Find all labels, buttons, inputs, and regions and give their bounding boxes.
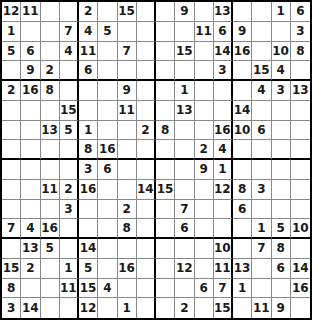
cell-r6c4[interactable]: 15 [60,101,79,121]
cell-r16c14[interactable]: 11 [252,298,271,318]
cell-r2c10[interactable] [175,22,194,42]
cell-r7c14[interactable]: 6 [252,121,271,141]
cell-r13c6[interactable] [98,239,117,259]
cell-r6c13[interactable]: 14 [233,101,252,121]
cell-r9c4[interactable] [60,160,79,180]
cell-r12c16[interactable]: 10 [291,219,310,239]
cell-r15c12[interactable]: 7 [214,279,233,299]
cell-r15c9[interactable] [156,279,175,299]
cell-r15c7[interactable] [118,279,137,299]
cell-r1c3[interactable] [41,2,60,22]
cell-r3c13[interactable]: 16 [233,42,252,62]
cell-r10c5[interactable]: 16 [79,180,98,200]
cell-r9c9[interactable] [156,160,175,180]
cell-r10c11[interactable] [195,180,214,200]
cell-r7c8[interactable]: 2 [137,121,156,141]
cell-r12c5[interactable] [79,219,98,239]
cell-r15c10[interactable] [175,279,194,299]
cell-r9c16[interactable] [291,160,310,180]
cell-r2c14[interactable] [252,22,271,42]
cell-r13c15[interactable]: 8 [272,239,291,259]
cell-r9c1[interactable] [2,160,21,180]
cell-r4c7[interactable] [118,61,137,81]
cell-r2c5[interactable]: 4 [79,22,98,42]
cell-r1c16[interactable]: 6 [291,2,310,22]
cell-r16c4[interactable] [60,298,79,318]
cell-r13c11[interactable] [195,239,214,259]
cell-r3c1[interactable]: 5 [2,42,21,62]
cell-r11c13[interactable]: 6 [233,200,252,220]
cell-r2c8[interactable] [137,22,156,42]
cell-r2c15[interactable] [272,22,291,42]
cell-r8c3[interactable] [41,140,60,160]
cell-r9c12[interactable]: 1 [214,160,233,180]
cell-r15c15[interactable] [272,279,291,299]
cell-r9c8[interactable] [137,160,156,180]
cell-r3c5[interactable]: 11 [79,42,98,62]
cell-r3c6[interactable] [98,42,117,62]
cell-r9c2[interactable] [21,160,40,180]
cell-r13c10[interactable] [175,239,194,259]
cell-r8c6[interactable]: 16 [98,140,117,160]
cell-r9c14[interactable] [252,160,271,180]
cell-r7c2[interactable] [21,121,40,141]
cell-r10c10[interactable] [175,180,194,200]
cell-r14c10[interactable]: 12 [175,259,194,279]
cell-r12c11[interactable] [195,219,214,239]
cell-r3c7[interactable]: 7 [118,42,137,62]
cell-r7c13[interactable]: 10 [233,121,252,141]
cell-r13c13[interactable] [233,239,252,259]
cell-r2c16[interactable]: 3 [291,22,310,42]
cell-r1c9[interactable] [156,2,175,22]
cell-r8c14[interactable] [252,140,271,160]
cell-r12c9[interactable] [156,219,175,239]
cell-r14c4[interactable]: 1 [60,259,79,279]
cell-r8c13[interactable] [233,140,252,160]
cell-r9c15[interactable] [272,160,291,180]
cell-r5c5[interactable] [79,81,98,101]
cell-r3c12[interactable]: 14 [214,42,233,62]
cell-r11c8[interactable] [137,200,156,220]
cell-r1c14[interactable] [252,2,271,22]
cell-r15c16[interactable]: 16 [291,279,310,299]
cell-r15c4[interactable]: 11 [60,279,79,299]
cell-r6c12[interactable] [214,101,233,121]
cell-r6c8[interactable] [137,101,156,121]
cell-r12c15[interactable]: 5 [272,219,291,239]
sudoku-board: 1211215913161745116935641171514161089263… [0,0,312,320]
cell-r5c9[interactable] [156,81,175,101]
cell-r5c13[interactable] [233,81,252,101]
cell-r15c8[interactable] [137,279,156,299]
cell-r4c4[interactable] [60,61,79,81]
cell-r7c1[interactable] [2,121,21,141]
cell-r15c2[interactable] [21,279,40,299]
cell-r3c10[interactable]: 15 [175,42,194,62]
cell-r11c12[interactable] [214,200,233,220]
cell-r15c11[interactable]: 6 [195,279,214,299]
cell-r12c7[interactable]: 8 [118,219,137,239]
cell-r14c11[interactable] [195,259,214,279]
cell-r10c7[interactable] [118,180,137,200]
cell-r6c14[interactable] [252,101,271,121]
cell-r16c12[interactable]: 15 [214,298,233,318]
cell-r15c5[interactable]: 15 [79,279,98,299]
cell-r15c6[interactable]: 4 [98,279,117,299]
cell-r5c8[interactable] [137,81,156,101]
cell-r1c8[interactable] [137,2,156,22]
cell-r12c6[interactable] [98,219,117,239]
cell-r6c5[interactable] [79,101,98,121]
cell-r10c12[interactable]: 12 [214,180,233,200]
cell-r5c7[interactable]: 9 [118,81,137,101]
cell-r4c10[interactable] [175,61,194,81]
cell-r13c12[interactable]: 10 [214,239,233,259]
cell-r12c14[interactable]: 1 [252,219,271,239]
cell-r1c12[interactable]: 13 [214,2,233,22]
cell-r5c4[interactable] [60,81,79,101]
cell-r4c1[interactable] [2,61,21,81]
cell-r1c1[interactable]: 12 [2,2,21,22]
cell-r13c3[interactable]: 5 [41,239,60,259]
cell-r1c6[interactable] [98,2,117,22]
cell-r16c1[interactable]: 3 [2,298,21,318]
cell-r16c8[interactable] [137,298,156,318]
cell-r10c4[interactable]: 2 [60,180,79,200]
cell-r1c11[interactable] [195,2,214,22]
cell-r2c13[interactable]: 9 [233,22,252,42]
cell-r13c8[interactable] [137,239,156,259]
cell-r12c4[interactable] [60,219,79,239]
cell-r4c13[interactable] [233,61,252,81]
cell-r3c16[interactable]: 8 [291,42,310,62]
cell-r12c8[interactable] [137,219,156,239]
cell-r7c3[interactable]: 13 [41,121,60,141]
cell-r7c4[interactable]: 5 [60,121,79,141]
cell-r14c15[interactable]: 6 [272,259,291,279]
cell-r5c2[interactable]: 16 [21,81,40,101]
cell-r14c5[interactable]: 5 [79,259,98,279]
cell-r8c11[interactable]: 2 [195,140,214,160]
cell-r4c6[interactable] [98,61,117,81]
cell-r9c13[interactable] [233,160,252,180]
cell-r11c5[interactable] [79,200,98,220]
cell-r2c6[interactable]: 5 [98,22,117,42]
cell-r6c6[interactable] [98,101,117,121]
cell-r4c8[interactable] [137,61,156,81]
cell-r5c3[interactable]: 8 [41,81,60,101]
cell-r8c10[interactable] [175,140,194,160]
cell-r12c10[interactable]: 6 [175,219,194,239]
cell-r11c10[interactable]: 7 [175,200,194,220]
cell-r2c9[interactable] [156,22,175,42]
cell-r9c6[interactable]: 6 [98,160,117,180]
cell-r9c5[interactable]: 3 [79,160,98,180]
cell-r8c5[interactable]: 8 [79,140,98,160]
cell-r1c7[interactable]: 15 [118,2,137,22]
cell-r14c1[interactable]: 15 [2,259,21,279]
cell-r16c10[interactable]: 2 [175,298,194,318]
cell-r11c6[interactable] [98,200,117,220]
cell-r14c12[interactable]: 11 [214,259,233,279]
cell-r15c3[interactable] [41,279,60,299]
cell-r7c9[interactable]: 8 [156,121,175,141]
cell-r2c1[interactable]: 1 [2,22,21,42]
cell-r3c8[interactable] [137,42,156,62]
cell-r11c11[interactable] [195,200,214,220]
cell-r7c7[interactable] [118,121,137,141]
cell-r1c13[interactable] [233,2,252,22]
cell-r2c4[interactable]: 7 [60,22,79,42]
cell-r8c7[interactable] [118,140,137,160]
cell-r1c5[interactable]: 2 [79,2,98,22]
cell-r11c4[interactable]: 3 [60,200,79,220]
cell-r8c16[interactable] [291,140,310,160]
cell-r11c16[interactable] [291,200,310,220]
cell-r16c2[interactable]: 14 [21,298,40,318]
cell-r15c1[interactable]: 8 [2,279,21,299]
cell-r1c4[interactable] [60,2,79,22]
cell-r4c15[interactable]: 4 [272,61,291,81]
cell-r14c13[interactable]: 13 [233,259,252,279]
cell-r3c3[interactable] [41,42,60,62]
cell-r10c15[interactable] [272,180,291,200]
cell-r10c16[interactable] [291,180,310,200]
cell-r12c1[interactable]: 7 [2,219,21,239]
cell-r13c16[interactable] [291,239,310,259]
cell-r4c5[interactable]: 6 [79,61,98,81]
cell-r16c9[interactable] [156,298,175,318]
cell-r16c15[interactable]: 9 [272,298,291,318]
cell-r9c11[interactable]: 9 [195,160,214,180]
cell-r12c2[interactable]: 4 [21,219,40,239]
cell-r5c11[interactable] [195,81,214,101]
cell-r1c15[interactable]: 1 [272,2,291,22]
cell-r13c14[interactable]: 7 [252,239,271,259]
cell-r8c15[interactable] [272,140,291,160]
cell-r4c11[interactable] [195,61,214,81]
cell-r7c11[interactable] [195,121,214,141]
cell-r6c11[interactable] [195,101,214,121]
cell-r5c10[interactable]: 1 [175,81,194,101]
cell-r10c8[interactable]: 14 [137,180,156,200]
cell-r12c3[interactable]: 16 [41,219,60,239]
cell-r9c7[interactable] [118,160,137,180]
cell-r5c16[interactable]: 13 [291,81,310,101]
cell-r7c10[interactable] [175,121,194,141]
cell-r13c9[interactable] [156,239,175,259]
cell-r6c2[interactable] [21,101,40,121]
cell-r16c11[interactable] [195,298,214,318]
cell-r4c2[interactable]: 9 [21,61,40,81]
cell-r8c1[interactable] [2,140,21,160]
cell-r10c14[interactable]: 3 [252,180,271,200]
cell-r3c11[interactable] [195,42,214,62]
cell-r16c7[interactable]: 1 [118,298,137,318]
cell-r7c5[interactable]: 1 [79,121,98,141]
cell-r3c15[interactable]: 10 [272,42,291,62]
cell-r3c9[interactable] [156,42,175,62]
cell-r1c2[interactable]: 11 [21,2,40,22]
cell-r12c12[interactable] [214,219,233,239]
cell-r14c8[interactable] [137,259,156,279]
cell-r13c4[interactable] [60,239,79,259]
cell-r10c13[interactable]: 8 [233,180,252,200]
cell-r11c3[interactable] [41,200,60,220]
cell-r11c14[interactable] [252,200,271,220]
cell-r10c3[interactable]: 11 [41,180,60,200]
cell-r16c6[interactable] [98,298,117,318]
cell-r4c3[interactable]: 2 [41,61,60,81]
cell-r3c2[interactable]: 6 [21,42,40,62]
cell-r11c1[interactable] [2,200,21,220]
cell-r2c7[interactable] [118,22,137,42]
cell-r7c12[interactable]: 16 [214,121,233,141]
cell-r9c3[interactable] [41,160,60,180]
cell-r14c2[interactable]: 2 [21,259,40,279]
cell-r6c3[interactable] [41,101,60,121]
cell-r10c9[interactable]: 15 [156,180,175,200]
cell-r11c9[interactable] [156,200,175,220]
cell-r1c10[interactable]: 9 [175,2,194,22]
cell-r5c15[interactable]: 3 [272,81,291,101]
cell-r10c2[interactable] [21,180,40,200]
cell-r14c16[interactable]: 14 [291,259,310,279]
cell-r14c9[interactable] [156,259,175,279]
cell-r3c14[interactable] [252,42,271,62]
cell-r4c12[interactable]: 3 [214,61,233,81]
cell-r16c3[interactable] [41,298,60,318]
cell-r10c6[interactable] [98,180,117,200]
cell-r8c9[interactable] [156,140,175,160]
cell-r11c2[interactable] [21,200,40,220]
cell-r14c7[interactable]: 16 [118,259,137,279]
cell-r13c5[interactable]: 14 [79,239,98,259]
cell-r6c1[interactable] [2,101,21,121]
cell-r15c14[interactable] [252,279,271,299]
cell-r7c6[interactable] [98,121,117,141]
cell-r6c16[interactable] [291,101,310,121]
cell-r5c12[interactable] [214,81,233,101]
cell-r6c10[interactable]: 13 [175,101,194,121]
cell-r11c7[interactable]: 2 [118,200,137,220]
cell-r16c16[interactable] [291,298,310,318]
cell-r2c11[interactable]: 11 [195,22,214,42]
cell-r6c7[interactable]: 11 [118,101,137,121]
cell-r4c14[interactable]: 15 [252,61,271,81]
cell-r16c13[interactable] [233,298,252,318]
cell-r6c9[interactable] [156,101,175,121]
cell-r13c2[interactable]: 13 [21,239,40,259]
cell-r14c6[interactable] [98,259,117,279]
cell-r4c9[interactable] [156,61,175,81]
cell-r10c1[interactable] [2,180,21,200]
cell-r7c15[interactable] [272,121,291,141]
cell-r8c12[interactable]: 4 [214,140,233,160]
cell-r5c1[interactable]: 2 [2,81,21,101]
cell-r15c13[interactable]: 1 [233,279,252,299]
cell-r8c2[interactable] [21,140,40,160]
cell-r13c7[interactable] [118,239,137,259]
cell-r14c14[interactable] [252,259,271,279]
cell-r4c16[interactable] [291,61,310,81]
cell-r2c3[interactable] [41,22,60,42]
cell-r2c12[interactable]: 6 [214,22,233,42]
cell-r13c1[interactable] [2,239,21,259]
cell-r6c15[interactable] [272,101,291,121]
cell-r16c5[interactable]: 12 [79,298,98,318]
cell-r12c13[interactable] [233,219,252,239]
cell-r5c6[interactable] [98,81,117,101]
cell-r5c14[interactable]: 4 [252,81,271,101]
cell-r2c2[interactable] [21,22,40,42]
cell-r14c3[interactable] [41,259,60,279]
cell-r11c15[interactable] [272,200,291,220]
cell-r9c10[interactable] [175,160,194,180]
cell-r3c4[interactable]: 4 [60,42,79,62]
cell-r8c4[interactable] [60,140,79,160]
cell-r7c16[interactable] [291,121,310,141]
cell-r8c8[interactable] [137,140,156,160]
